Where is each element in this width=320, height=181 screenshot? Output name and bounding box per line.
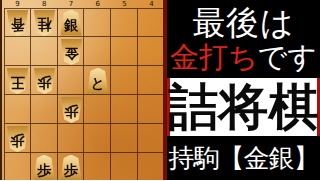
caption-line1: 最後は <box>192 5 295 41</box>
video-thumbnail: 987654 香桂銀金王歩と歩歩歩歩 最後は 金打ちです 詰将棋 持駒【金銀】 <box>0 0 320 180</box>
shogi-piece-金-7b: 金 <box>60 39 83 65</box>
caption-title: 詰将棋 <box>167 78 320 136</box>
shogi-piece-歩-8f: 歩 <box>33 155 56 181</box>
piece-kanji: 香 <box>10 14 24 32</box>
shogi-board: 987654 香桂銀金王歩と歩歩歩歩 <box>0 0 163 180</box>
piece-kanji: 歩 <box>37 159 51 177</box>
shogi-piece-香-9a: 香 <box>6 10 29 36</box>
piece-kanji: 歩 <box>64 159 78 177</box>
shogi-piece-銀-7a: 銀 <box>60 10 83 36</box>
piece-kanji: 歩 <box>64 101 78 119</box>
shogi-piece-歩-7d: 歩 <box>60 97 83 123</box>
caption-line2-red: 金打ち <box>170 40 258 74</box>
caption-line2-white: です <box>258 40 317 74</box>
shogi-piece-桂-8a: 桂 <box>33 10 56 36</box>
piece-kanji: 歩 <box>10 130 24 148</box>
piece-layer: 香桂銀金王歩と歩歩歩歩 <box>2 0 163 180</box>
caption-line2: 金打ちです <box>170 41 317 73</box>
piece-kanji: と <box>91 72 105 90</box>
shogi-piece-歩-8c: 歩 <box>33 68 56 94</box>
piece-kanji: 王 <box>10 72 24 90</box>
shogi-piece-と-6c: と <box>86 68 109 94</box>
caption-hand-pieces: 持駒【金銀】 <box>167 136 320 180</box>
caption-panel: 最後は 金打ちです 詰将棋 持駒【金銀】 <box>163 0 320 180</box>
piece-kanji: 歩 <box>37 72 51 90</box>
shogi-piece-歩-7f: 歩 <box>60 155 83 181</box>
shogi-piece-王-9c: 王 <box>6 68 29 94</box>
caption-top-section: 最後は 金打ちです <box>167 0 320 78</box>
piece-kanji: 銀 <box>64 14 78 32</box>
piece-kanji: 金 <box>64 43 78 61</box>
piece-kanji: 桂 <box>37 14 51 32</box>
shogi-piece-歩-9e: 歩 <box>6 126 29 152</box>
